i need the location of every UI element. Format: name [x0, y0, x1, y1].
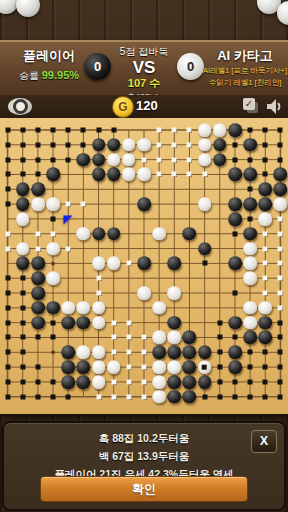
black-territory-marker — [35, 394, 40, 399]
black-territory-marker — [35, 379, 40, 384]
white-territory-marker — [35, 231, 40, 236]
white-territory-marker — [126, 350, 131, 355]
white-stone — [122, 168, 136, 182]
black-stone — [16, 182, 30, 196]
black-territory-marker — [35, 142, 40, 147]
white-territory-marker — [172, 157, 177, 162]
white-stone — [16, 212, 30, 226]
black-stone — [228, 123, 242, 137]
white-stone — [92, 301, 106, 315]
move-count: 107 수 — [96, 76, 192, 91]
black-territory-marker — [20, 142, 25, 147]
white-stone — [168, 286, 182, 300]
white-stone — [77, 301, 91, 315]
white-territory-marker — [278, 276, 283, 281]
black-stone — [168, 257, 182, 271]
black-territory-marker — [278, 394, 283, 399]
black-territory-marker — [35, 157, 40, 162]
black-territory-marker — [5, 335, 10, 340]
white-territory-marker — [111, 394, 116, 399]
black-stone — [152, 346, 166, 360]
white-stone — [46, 197, 60, 211]
black-stone — [107, 168, 121, 182]
black-territory-marker — [5, 365, 10, 370]
black-stone — [77, 316, 91, 330]
black-stone — [258, 182, 272, 196]
black-stone — [92, 227, 106, 241]
black-territory-marker — [5, 187, 10, 192]
black-stone — [31, 182, 45, 196]
black-territory-marker — [278, 335, 283, 340]
close-button[interactable]: X — [251, 430, 277, 453]
black-territory-marker — [278, 365, 283, 370]
white-stone — [46, 271, 60, 285]
white-territory-marker — [96, 276, 101, 281]
white-stone — [152, 390, 166, 404]
white-territory-marker — [263, 231, 268, 236]
black-territory-marker — [20, 172, 25, 177]
black-territory-marker — [248, 128, 253, 133]
black-territory-marker — [248, 216, 253, 221]
white-territory-marker — [5, 246, 10, 251]
black-territory-marker — [248, 394, 253, 399]
winrate-label: 승률 — [19, 70, 39, 81]
black-stone — [258, 197, 272, 211]
coin-icon[interactable]: G — [112, 96, 134, 118]
white-stone — [152, 301, 166, 315]
black-stone — [258, 316, 272, 330]
white-stone — [16, 242, 30, 256]
black-stone — [228, 360, 242, 374]
white-stone — [46, 242, 60, 256]
white-stone — [77, 346, 91, 360]
white-territory-marker — [96, 394, 101, 399]
black-territory-marker — [20, 276, 25, 281]
black-territory-marker — [217, 350, 222, 355]
white-territory-marker — [126, 261, 131, 266]
white-territory-marker — [111, 379, 116, 384]
white-stone — [137, 168, 151, 182]
white-territory-marker — [278, 305, 283, 310]
black-territory-marker — [51, 335, 56, 340]
white-stone — [168, 331, 182, 345]
white-stone — [61, 301, 75, 315]
black-stone — [16, 257, 30, 271]
white-stone — [107, 257, 121, 271]
black-territory-marker — [20, 335, 25, 340]
black-territory-marker — [51, 216, 56, 221]
black-territory-marker — [66, 128, 71, 133]
white-stone — [198, 138, 212, 152]
black-territory-marker — [217, 394, 222, 399]
black-territory-marker — [263, 350, 268, 355]
black-territory-marker — [232, 142, 237, 147]
black-territory-marker — [278, 157, 283, 162]
black-territory-marker — [248, 187, 253, 192]
black-stone — [228, 346, 242, 360]
black-stone — [31, 286, 45, 300]
handicap-label: 5점 접바둑 — [96, 45, 192, 59]
black-territory-marker — [35, 172, 40, 177]
white-stone — [77, 227, 91, 241]
white-territory-marker — [5, 231, 10, 236]
black-territory-marker — [217, 335, 222, 340]
white-territory-marker — [187, 157, 192, 162]
black-territory-marker — [81, 142, 86, 147]
black-territory-marker — [66, 142, 71, 147]
score-line-white: 백 67집 13.9두터움 — [4, 450, 284, 464]
white-stone — [92, 346, 106, 360]
white-territory-marker — [157, 128, 162, 133]
white-territory-marker — [111, 350, 116, 355]
black-territory-marker — [248, 365, 253, 370]
white-territory-marker — [187, 142, 192, 147]
white-territory-marker — [278, 231, 283, 236]
black-stone — [183, 375, 197, 389]
black-stone — [92, 138, 106, 152]
black-stone — [183, 331, 197, 345]
white-stone — [152, 227, 166, 241]
black-territory-marker — [51, 142, 56, 147]
black-stone — [198, 346, 212, 360]
score-line-black: 흑 88집 10.2두터움 — [4, 432, 284, 446]
white-territory-marker — [263, 246, 268, 251]
black-territory-marker — [5, 305, 10, 310]
white-stone — [122, 138, 136, 152]
black-stone — [183, 227, 197, 241]
black-territory-marker — [232, 291, 237, 296]
black-stone — [243, 197, 257, 211]
white-stone — [243, 242, 257, 256]
black-territory-marker — [5, 291, 10, 296]
white-stone — [31, 197, 45, 211]
black-stone — [168, 390, 182, 404]
white-territory-marker — [263, 261, 268, 266]
black-territory-marker — [263, 157, 268, 162]
black-territory-marker — [5, 128, 10, 133]
black-territory-marker — [278, 142, 283, 147]
white-territory-marker — [126, 335, 131, 340]
white-stone — [258, 212, 272, 226]
black-stone — [107, 227, 121, 241]
black-territory-marker — [248, 350, 253, 355]
black-stone — [31, 257, 45, 271]
black-territory-marker — [217, 379, 222, 384]
white-territory-marker — [51, 231, 56, 236]
black-territory-marker — [5, 157, 10, 162]
black-territory-marker — [202, 261, 207, 266]
score-panel: 흑 88집 10.2두터움 백 67집 13.9두터움 플레이어 21집 우세 … — [2, 421, 286, 511]
black-stone — [61, 360, 75, 374]
white-stone — [198, 153, 212, 167]
white-territory-marker — [81, 202, 86, 207]
black-territory-marker — [263, 142, 268, 147]
black-stone — [183, 360, 197, 374]
white-territory-marker — [157, 142, 162, 147]
black-territory-marker — [66, 157, 71, 162]
black-stone — [92, 153, 106, 167]
white-stone — [243, 271, 257, 285]
white-territory-marker — [278, 216, 283, 221]
white-territory-marker — [187, 128, 192, 133]
black-stone — [243, 138, 257, 152]
black-territory-marker — [35, 335, 40, 340]
white-territory-marker — [126, 394, 131, 399]
black-territory-marker — [5, 276, 10, 281]
black-stone — [168, 375, 182, 389]
black-territory-marker — [278, 128, 283, 133]
go-board[interactable] — [0, 118, 288, 414]
black-territory-marker — [5, 320, 10, 325]
blue-triangle-marker — [64, 215, 73, 224]
white-territory-marker — [141, 157, 146, 162]
white-territory-marker — [278, 261, 283, 266]
black-stone — [61, 375, 75, 389]
white-territory-marker — [263, 276, 268, 281]
white-stone — [107, 153, 121, 167]
eye-icon[interactable] — [8, 98, 32, 115]
black-territory-marker — [5, 142, 10, 147]
match-header: 플레이어 승률 99.95% 0 5점 접바둑 VS 107 수 흑 17집 승… — [0, 40, 288, 97]
white-territory-marker — [66, 202, 71, 207]
white-territory-marker — [126, 320, 131, 325]
black-territory-marker — [263, 394, 268, 399]
white-stone — [198, 123, 212, 137]
black-stone — [31, 271, 45, 285]
black-stone — [198, 375, 212, 389]
white-territory-marker — [96, 291, 101, 296]
white-territory-marker — [141, 365, 146, 370]
white-stone — [137, 286, 151, 300]
white-territory-marker — [187, 172, 192, 177]
white-stone — [92, 316, 106, 330]
black-territory-marker — [51, 128, 56, 133]
ai-level-line1: AI레벨1 [프로 바둑기사+] — [202, 66, 288, 76]
white-stone — [92, 360, 106, 374]
black-stone — [137, 197, 151, 211]
black-stone — [77, 360, 91, 374]
black-stone — [92, 168, 106, 182]
confirm-button[interactable]: 확인 — [40, 476, 248, 502]
black-stone — [31, 301, 45, 315]
black-stone — [228, 316, 242, 330]
black-stone — [46, 168, 60, 182]
black-territory-marker — [20, 291, 25, 296]
white-stone — [243, 257, 257, 271]
black-territory-marker — [35, 365, 40, 370]
speaker-icon[interactable] — [266, 98, 284, 115]
black-territory-marker — [5, 172, 10, 177]
black-territory-marker — [278, 320, 283, 325]
black-stone — [274, 168, 288, 182]
black-territory-marker — [232, 379, 237, 384]
white-territory-marker — [126, 379, 131, 384]
black-stone — [198, 242, 212, 256]
white-stone — [152, 375, 166, 389]
ai-name: AI 카타고 — [204, 47, 286, 65]
black-territory-marker — [20, 365, 25, 370]
black-territory-marker — [20, 320, 25, 325]
black-stone — [213, 138, 227, 152]
white-territory-marker — [278, 246, 283, 251]
black-stone — [183, 390, 197, 404]
white-territory-marker — [66, 246, 71, 251]
white-territory-marker — [126, 365, 131, 370]
black-territory-marker — [248, 379, 253, 384]
black-stone — [243, 168, 257, 182]
black-territory-marker — [20, 350, 25, 355]
black-territory-marker — [81, 128, 86, 133]
black-stone — [61, 316, 75, 330]
black-stone — [243, 331, 257, 345]
black-territory-marker — [263, 172, 268, 177]
white-stone — [107, 360, 121, 374]
black-stone — [107, 138, 121, 152]
white-stone — [243, 316, 257, 330]
black-territory-marker — [5, 379, 10, 384]
black-territory-marker — [20, 394, 25, 399]
white-territory-marker — [172, 172, 177, 177]
black-territory-marker — [217, 320, 222, 325]
white-stone — [92, 257, 106, 271]
black-territory-marker — [5, 394, 10, 399]
black-territory-marker — [263, 379, 268, 384]
black-stone — [228, 197, 242, 211]
player-name: 플레이어 — [6, 47, 92, 65]
black-territory-marker — [20, 305, 25, 310]
black-stone — [46, 301, 60, 315]
white-territory-marker — [111, 335, 116, 340]
white-stone — [274, 197, 288, 211]
territory-check-icon[interactable]: ✓ — [243, 98, 259, 114]
white-territory-marker — [172, 128, 177, 133]
black-territory-marker — [248, 157, 253, 162]
white-captures-stone: 0 — [177, 53, 204, 80]
white-stone — [213, 123, 227, 137]
black-territory-marker — [5, 350, 10, 355]
white-territory-marker — [35, 246, 40, 251]
black-territory-marker — [51, 394, 56, 399]
black-territory-marker — [96, 128, 101, 133]
black-stone — [61, 346, 75, 360]
black-stone — [168, 316, 182, 330]
white-territory-marker — [157, 172, 162, 177]
black-territory-marker — [278, 350, 283, 355]
black-territory-marker — [217, 365, 222, 370]
black-stone — [258, 331, 272, 345]
black-territory-marker — [51, 320, 56, 325]
white-territory-marker — [111, 320, 116, 325]
white-territory-marker — [157, 157, 162, 162]
black-territory-marker — [232, 157, 237, 162]
black-territory-marker — [35, 128, 40, 133]
player-winrate: 승률 99.95% — [6, 69, 92, 83]
black-stone — [228, 212, 242, 226]
coin-count: 120 — [136, 98, 158, 113]
black-territory-marker — [202, 394, 207, 399]
black-stone — [16, 197, 30, 211]
white-territory-marker — [263, 291, 268, 296]
black-territory-marker — [20, 157, 25, 162]
white-stone — [152, 331, 166, 345]
black-territory-marker — [263, 365, 268, 370]
black-stone — [168, 346, 182, 360]
black-stone — [213, 153, 227, 167]
white-stone — [198, 197, 212, 211]
white-territory-marker — [141, 335, 146, 340]
black-stone — [243, 227, 257, 241]
black-stone — [228, 168, 242, 182]
white-territory-marker — [202, 172, 207, 177]
winrate-value: 99.95% — [42, 69, 79, 81]
black-stone — [274, 182, 288, 196]
white-territory-marker — [141, 394, 146, 399]
black-stone — [77, 153, 91, 167]
white-stone — [122, 153, 136, 167]
white-territory-marker — [141, 350, 146, 355]
black-territory-marker — [20, 379, 25, 384]
black-territory-marker — [263, 128, 268, 133]
black-territory-marker — [232, 394, 237, 399]
black-territory-marker — [51, 379, 56, 384]
black-territory-marker — [51, 157, 56, 162]
white-stone — [243, 301, 257, 315]
white-stone — [258, 301, 272, 315]
white-stone — [168, 360, 182, 374]
toolbar: G 120 ✓ — [0, 95, 288, 118]
black-territory-marker — [232, 335, 237, 340]
black-territory-marker — [20, 128, 25, 133]
black-stone — [228, 257, 242, 271]
dead-white-stone — [198, 360, 212, 374]
white-stone — [92, 375, 106, 389]
black-stone — [31, 316, 45, 330]
black-stone — [183, 346, 197, 360]
white-stone — [137, 138, 151, 152]
black-territory-marker — [232, 231, 237, 236]
white-stone — [152, 360, 166, 374]
dead-stone-marker — [202, 365, 207, 370]
white-territory-marker — [172, 142, 177, 147]
black-territory-marker — [66, 394, 71, 399]
ai-level-line2: 수읽기 레벨1 [천리안] — [202, 78, 288, 88]
black-stone — [137, 257, 151, 271]
black-territory-marker — [278, 379, 283, 384]
black-territory-marker — [111, 128, 116, 133]
white-territory-marker — [278, 291, 283, 296]
white-territory-marker — [141, 379, 146, 384]
black-territory-marker — [5, 202, 10, 207]
black-stone — [77, 375, 91, 389]
